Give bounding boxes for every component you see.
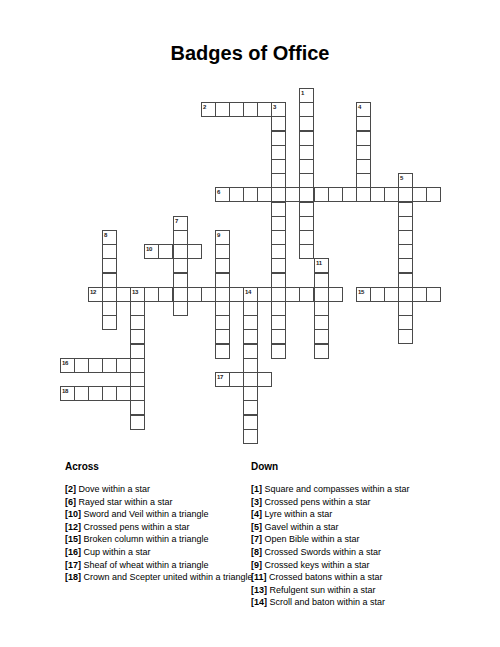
across-clue-list: [2] Dove within a star[6] Rayed star wit…	[65, 483, 253, 584]
cell-number: 12	[90, 289, 96, 295]
grid-cell[interactable]	[271, 258, 286, 273]
clue-item: [13] Refulgent sun within a star	[251, 584, 410, 597]
clue-item: [18] Crown and Scepter united within a t…	[65, 571, 253, 584]
clue-item: [8] Crossed Swords within a star	[251, 546, 410, 559]
clue-item: [9] Crossed keys within a star	[251, 559, 410, 572]
grid-cell[interactable]	[398, 329, 413, 344]
cell-number: 17	[217, 374, 223, 380]
grid-cell[interactable]: 15	[356, 287, 371, 302]
grid-cell[interactable]	[328, 287, 343, 302]
grid-cell[interactable]	[243, 400, 258, 415]
clue-item: [1] Square and compasses within a star	[251, 483, 410, 496]
cell-number: 14	[245, 289, 251, 295]
clue-number: [13]	[251, 585, 267, 595]
clue-number: [10]	[65, 509, 81, 519]
grid-cell[interactable]	[173, 230, 188, 245]
grid-cell[interactable]	[356, 131, 371, 146]
clue-number: [15]	[65, 534, 81, 544]
grid-cell[interactable]	[215, 258, 230, 273]
grid-cell[interactable]	[116, 386, 131, 401]
grid-cell[interactable]	[229, 102, 244, 117]
grid-cell[interactable]: 18	[60, 386, 75, 401]
grid-cell[interactable]	[426, 187, 441, 202]
grid-cell[interactable]: 14	[243, 287, 258, 302]
grid-cell[interactable]	[299, 116, 314, 131]
clue-number: [14]	[251, 597, 267, 607]
grid-cell[interactable]	[187, 244, 202, 259]
grid-cell[interactable]	[398, 258, 413, 273]
grid-cell[interactable]	[257, 372, 272, 387]
grid-cell[interactable]	[102, 315, 117, 330]
grid-cell[interactable]	[356, 173, 371, 188]
grid-cell[interactable]: 17	[215, 372, 230, 387]
grid-cell[interactable]	[243, 415, 258, 430]
grid-cell[interactable]	[271, 301, 286, 316]
grid-cell[interactable]	[173, 301, 188, 316]
grid-cell[interactable]	[356, 145, 371, 160]
grid-cell[interactable]: 8	[102, 230, 117, 245]
grid-cell[interactable]	[130, 400, 145, 415]
grid-cell[interactable]	[243, 187, 258, 202]
grid-cell[interactable]	[299, 159, 314, 174]
grid-cell[interactable]	[116, 358, 131, 373]
crossword-grid: 123456789101112131415161718	[0, 0, 500, 460]
grid-cell[interactable]	[398, 315, 413, 330]
clue-item: [5] Gavel within a star	[251, 521, 410, 534]
grid-cell[interactable]	[271, 145, 286, 160]
clue-item: [16] Cup within a star	[65, 546, 253, 559]
grid-cell[interactable]	[299, 187, 314, 202]
grid-cell[interactable]	[271, 131, 286, 146]
clue-number: [9]	[251, 560, 262, 570]
cell-number: 9	[217, 232, 220, 238]
grid-cell[interactable]: 9	[215, 230, 230, 245]
cell-number: 6	[217, 189, 220, 195]
cell-number: 1	[301, 90, 304, 96]
grid-cell[interactable]	[215, 273, 230, 288]
clue-item: [15] Broken column within a triangle	[65, 533, 253, 546]
clue-number: [3]	[251, 497, 262, 507]
grid-cell[interactable]	[130, 358, 145, 373]
grid-cell[interactable]: 5	[398, 173, 413, 188]
grid-cell[interactable]	[412, 287, 427, 302]
grid-cell[interactable]	[88, 386, 103, 401]
clue-item: [2] Dove within a star	[65, 483, 253, 496]
grid-cell[interactable]	[215, 244, 230, 259]
clue-item: [4] Lyre within a star	[251, 508, 410, 521]
grid-cell[interactable]	[102, 301, 117, 316]
clue-number: [4]	[251, 509, 262, 519]
grid-cell[interactable]	[342, 187, 357, 202]
grid-cell[interactable]	[356, 187, 371, 202]
grid-cell[interactable]	[88, 358, 103, 373]
grid-cell[interactable]	[102, 258, 117, 273]
cell-number: 15	[358, 289, 364, 295]
grid-cell[interactable]: 16	[60, 358, 75, 373]
grid-cell[interactable]: 10	[144, 244, 159, 259]
grid-cell[interactable]	[243, 344, 258, 359]
cell-number: 3	[273, 104, 276, 110]
grid-cell[interactable]	[299, 145, 314, 160]
grid-cell[interactable]	[243, 372, 258, 387]
grid-cell[interactable]	[130, 344, 145, 359]
clue-number: [17]	[65, 560, 81, 570]
clue-item: [14] Scroll and baton within a star	[251, 596, 410, 609]
grid-cell[interactable]	[356, 116, 371, 131]
grid-cell[interactable]	[314, 315, 329, 330]
grid-cell[interactable]	[271, 344, 286, 359]
grid-cell[interactable]	[215, 287, 230, 302]
grid-cell[interactable]	[398, 230, 413, 245]
grid-cell[interactable]: 4	[356, 102, 371, 117]
grid-cell[interactable]	[130, 386, 145, 401]
clue-item: [17] Sheaf of wheat within a triangle	[65, 559, 253, 572]
clue-number: [18]	[65, 572, 81, 582]
grid-cell[interactable]	[130, 301, 145, 316]
grid-cell[interactable]	[271, 315, 286, 330]
grid-cell[interactable]	[314, 344, 329, 359]
clue-number: [12]	[65, 522, 81, 532]
grid-cell[interactable]	[257, 187, 272, 202]
grid-cell[interactable]	[102, 386, 117, 401]
grid-cell[interactable]	[130, 372, 145, 387]
grid-cell[interactable]	[215, 329, 230, 344]
grid-cell[interactable]	[271, 116, 286, 131]
grid-cell[interactable]	[243, 102, 258, 117]
grid-cell[interactable]	[187, 287, 202, 302]
clue-number: [8]	[251, 547, 262, 557]
cell-number: 13	[132, 289, 138, 295]
grid-cell[interactable]	[201, 287, 216, 302]
grid-cell[interactable]	[271, 173, 286, 188]
grid-cell[interactable]	[314, 287, 329, 302]
grid-cell[interactable]	[299, 102, 314, 117]
clue-number: [1]	[251, 484, 262, 494]
grid-cell[interactable]	[243, 386, 258, 401]
grid-cell[interactable]	[144, 287, 159, 302]
cell-number: 10	[146, 246, 152, 252]
grid-cell[interactable]	[229, 287, 244, 302]
grid-cell[interactable]	[426, 287, 441, 302]
grid-cell[interactable]	[243, 329, 258, 344]
grid-cell[interactable]	[271, 244, 286, 259]
grid-cell[interactable]	[299, 202, 314, 217]
down-header: Down	[251, 461, 410, 473]
grid-cell[interactable]	[398, 187, 413, 202]
grid-cell[interactable]	[314, 187, 329, 202]
grid-cell[interactable]	[384, 187, 399, 202]
clue-item: [7] Open Bible within a star	[251, 533, 410, 546]
grid-cell[interactable]	[271, 202, 286, 217]
grid-cell[interactable]	[299, 244, 314, 259]
grid-cell[interactable]	[116, 287, 131, 302]
across-header: Across	[65, 461, 253, 473]
grid-cell[interactable]: 11	[314, 258, 329, 273]
clue-number: [2]	[65, 484, 76, 494]
grid-cell[interactable]	[398, 244, 413, 259]
grid-cell[interactable]	[271, 216, 286, 231]
grid-cell[interactable]: 7	[173, 216, 188, 231]
across-clues-section: Across [2] Dove within a star[6] Rayed s…	[65, 461, 253, 584]
down-clues-section: Down [1] Square and compasses within a s…	[251, 461, 410, 609]
grid-cell[interactable]	[328, 187, 343, 202]
clue-item: [10] Sword and Veil within a triangle	[65, 508, 253, 521]
grid-cell[interactable]	[271, 230, 286, 245]
grid-cell[interactable]	[370, 187, 385, 202]
grid-cell[interactable]	[102, 244, 117, 259]
grid-cell[interactable]: 13	[130, 287, 145, 302]
grid-cell[interactable]	[215, 344, 230, 359]
grid-cell[interactable]	[398, 287, 413, 302]
grid-cell[interactable]	[243, 315, 258, 330]
grid-cell[interactable]	[243, 429, 258, 444]
clue-number: [11]	[251, 572, 267, 582]
grid-cell[interactable]	[229, 372, 244, 387]
grid-cell[interactable]	[130, 415, 145, 430]
clue-number: [7]	[251, 534, 262, 544]
clue-item: [12] Crossed pens within a star	[65, 521, 253, 534]
grid-cell[interactable]	[173, 287, 188, 302]
cell-number: 11	[316, 260, 322, 266]
grid-cell[interactable]: 1	[299, 88, 314, 103]
grid-cell[interactable]: 3	[271, 102, 286, 117]
grid-cell[interactable]	[130, 329, 145, 344]
grid-cell[interactable]	[173, 244, 188, 259]
grid-cell[interactable]	[314, 273, 329, 288]
clue-number: [6]	[65, 497, 76, 507]
grid-cell[interactable]: 2	[201, 102, 216, 117]
grid-cell[interactable]	[257, 102, 272, 117]
grid-cell[interactable]	[130, 315, 145, 330]
grid-cell[interactable]	[102, 273, 117, 288]
cell-number: 4	[358, 104, 361, 110]
grid-cell[interactable]	[271, 187, 286, 202]
grid-cell[interactable]	[215, 315, 230, 330]
grid-cell[interactable]	[215, 102, 230, 117]
grid-cell[interactable]	[158, 244, 173, 259]
grid-cell[interactable]: 6	[215, 187, 230, 202]
grid-cell[interactable]	[158, 287, 173, 302]
grid-cell[interactable]	[74, 386, 89, 401]
cell-number: 18	[62, 388, 68, 394]
grid-cell[interactable]: 12	[88, 287, 103, 302]
grid-cell[interactable]	[299, 131, 314, 146]
grid-cell[interactable]	[285, 287, 300, 302]
grid-cell[interactable]	[271, 159, 286, 174]
grid-cell[interactable]	[102, 287, 117, 302]
clue-item: [3] Crossed pens within a star	[251, 496, 410, 509]
grid-cell[interactable]	[299, 287, 314, 302]
cell-number: 2	[203, 104, 206, 110]
clue-number: [5]	[251, 522, 262, 532]
grid-cell[interactable]	[398, 273, 413, 288]
cell-number: 5	[400, 175, 403, 181]
grid-cell[interactable]	[257, 287, 272, 302]
grid-cell[interactable]	[285, 187, 300, 202]
grid-cell[interactable]	[229, 187, 244, 202]
grid-cell[interactable]	[384, 287, 399, 302]
grid-cell[interactable]	[299, 173, 314, 188]
clue-item: [11] Crossed batons within a star	[251, 571, 410, 584]
down-clue-list: [1] Square and compasses within a star[3…	[251, 483, 410, 609]
grid-cell[interactable]	[299, 216, 314, 231]
cell-number: 7	[175, 218, 178, 224]
cell-number: 8	[104, 232, 107, 238]
grid-cell[interactable]	[314, 301, 329, 316]
grid-cell[interactable]	[271, 273, 286, 288]
cell-number: 16	[62, 360, 68, 366]
grid-cell[interactable]	[243, 358, 258, 373]
grid-cell[interactable]	[271, 329, 286, 344]
grid-cell[interactable]	[356, 159, 371, 174]
clue-number: [16]	[65, 547, 81, 557]
grid-cell[interactable]	[370, 287, 385, 302]
grid-cell[interactable]	[398, 216, 413, 231]
grid-cell[interactable]	[215, 301, 230, 316]
grid-cell[interactable]	[102, 358, 117, 373]
grid-cell[interactable]	[314, 329, 329, 344]
grid-cell[interactable]	[243, 301, 258, 316]
grid-cell[interactable]	[173, 273, 188, 288]
grid-cell[interactable]	[398, 301, 413, 316]
grid-cell[interactable]	[412, 187, 427, 202]
grid-cell[interactable]	[299, 230, 314, 245]
grid-cell[interactable]	[398, 202, 413, 217]
clue-item: [6] Rayed star within a star	[65, 496, 253, 509]
grid-cell[interactable]	[74, 358, 89, 373]
grid-cell[interactable]	[173, 258, 188, 273]
grid-cell[interactable]	[271, 287, 286, 302]
